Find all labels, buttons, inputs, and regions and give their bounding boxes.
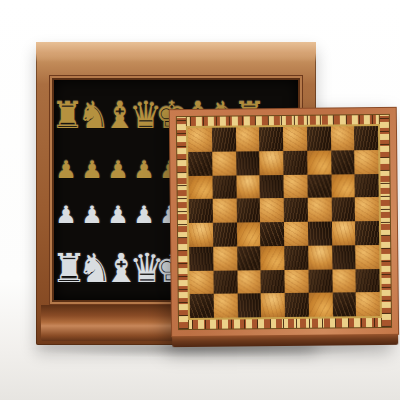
square-c7 <box>236 151 260 175</box>
square-a3 <box>189 246 213 270</box>
square-f5 <box>307 198 331 222</box>
case-piece-gold-q: ♛ <box>129 97 155 134</box>
square-c2 <box>237 270 261 294</box>
square-b7 <box>212 151 236 175</box>
square-b2 <box>213 270 237 294</box>
case-piece-gold-p: ♟ <box>131 158 157 182</box>
square-g4 <box>331 221 355 245</box>
square-h5 <box>355 197 379 221</box>
case-piece-gold-r: ♜ <box>51 97 77 134</box>
square-e6 <box>283 174 307 198</box>
square-c3 <box>237 246 261 270</box>
square-a7 <box>188 152 212 176</box>
case-piece-silver-p: ♟ <box>105 203 131 227</box>
square-h2 <box>356 269 380 293</box>
square-g2 <box>332 269 356 293</box>
square-e5 <box>284 198 308 222</box>
square-c6 <box>236 175 260 199</box>
square-g3 <box>332 245 356 269</box>
case-piece-gold-p: ♟ <box>79 158 105 182</box>
product-photo-scene: ♜♞♝♛♚♝♞♜♟♟♟♟♟♟♟♟♟♟♟♟♟♟♟♟♜♞♝♛♚♝♞♜ <box>0 0 400 400</box>
square-b3 <box>213 246 237 270</box>
case-piece-silver-r: ♜ <box>51 248 77 288</box>
square-e3 <box>284 246 308 270</box>
square-g1 <box>332 293 356 317</box>
square-d2 <box>261 269 285 293</box>
square-f6 <box>307 174 331 198</box>
square-a4 <box>189 223 213 247</box>
square-h3 <box>355 245 379 269</box>
square-d1 <box>261 293 285 317</box>
square-f3 <box>308 245 332 269</box>
square-f7 <box>307 150 331 174</box>
square-c1 <box>237 293 261 317</box>
board-face <box>169 107 399 337</box>
square-h8 <box>354 126 378 150</box>
case-piece-silver-p: ♟ <box>53 203 79 227</box>
square-e1 <box>285 293 309 317</box>
case-piece-silver-n: ♞ <box>77 248 103 288</box>
case-piece-silver-q: ♛ <box>129 248 155 288</box>
chess-board <box>169 107 399 347</box>
square-d6 <box>260 175 284 199</box>
square-d8 <box>259 127 283 151</box>
case-piece-gold-p: ♟ <box>53 158 79 182</box>
case-piece-gold-p: ♟ <box>105 158 131 182</box>
case-piece-silver-p: ♟ <box>131 203 157 227</box>
square-a6 <box>188 175 212 199</box>
square-c8 <box>235 127 259 151</box>
square-f4 <box>308 222 332 246</box>
square-g5 <box>331 198 355 222</box>
square-c5 <box>236 199 260 223</box>
square-d4 <box>260 222 284 246</box>
square-d7 <box>259 151 283 175</box>
square-d3 <box>260 246 284 270</box>
square-e4 <box>284 222 308 246</box>
square-a2 <box>189 270 213 294</box>
case-piece-silver-p: ♟ <box>79 203 105 227</box>
square-b6 <box>212 175 236 199</box>
square-h7 <box>354 150 378 174</box>
square-b5 <box>212 199 236 223</box>
square-f1 <box>308 293 332 317</box>
square-a1 <box>190 294 214 318</box>
square-f2 <box>308 269 332 293</box>
square-c4 <box>236 222 260 246</box>
square-b4 <box>213 222 237 246</box>
square-e7 <box>283 151 307 175</box>
square-b1 <box>213 294 237 318</box>
square-h1 <box>356 292 380 316</box>
board-grid <box>186 124 382 320</box>
square-a5 <box>189 199 213 223</box>
case-piece-gold-b: ♝ <box>103 97 129 134</box>
square-d5 <box>260 198 284 222</box>
square-f8 <box>307 127 331 151</box>
square-a8 <box>188 128 212 152</box>
square-h6 <box>355 174 379 198</box>
case-piece-silver-b: ♝ <box>103 248 129 288</box>
case-piece-gold-n: ♞ <box>77 97 103 134</box>
square-g8 <box>330 126 354 150</box>
square-h4 <box>355 221 379 245</box>
square-g6 <box>331 174 355 198</box>
square-e8 <box>283 127 307 151</box>
square-e2 <box>284 269 308 293</box>
square-g7 <box>331 150 355 174</box>
square-b8 <box>212 128 236 152</box>
